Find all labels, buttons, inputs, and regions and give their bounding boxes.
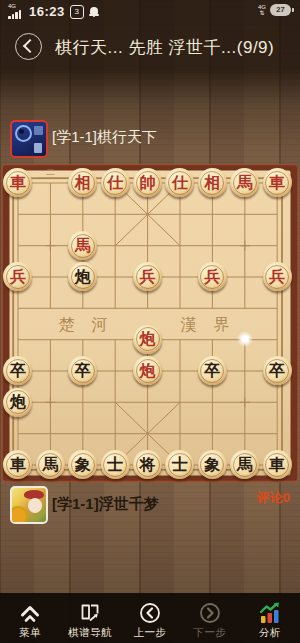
player-row-bottom: [学1-1]浮世千梦 评论0: [0, 484, 300, 530]
piece-red-馬-f2r2: 馬: [68, 231, 97, 260]
comments-link[interactable]: 评论0: [257, 489, 290, 507]
next-move-button: 下一步: [180, 593, 240, 643]
pieces-layer: 車相仕帥仕相馬車馬兵炮兵兵兵炮卒卒炮卒卒炮車馬象士将士象馬車: [2, 167, 294, 480]
piece-red-兵-f0r3: 兵: [3, 262, 32, 291]
analysis-chart-icon: [258, 601, 282, 625]
piece-red-仕-f3r0: 仕: [101, 168, 130, 197]
piece-red-仕-f5r0: 仕: [165, 168, 194, 197]
bottom-toolbar: 菜单 棋谱导航 上一步 下一步: [0, 593, 300, 643]
battery-icon: 27: [270, 4, 294, 16]
app-screen: 4G 16:23 3 4G⇅ 27 棋行天... 先胜 浮世千...(9/9): [0, 0, 300, 643]
clock-text: 16:23: [29, 4, 65, 19]
piece-black-卒-f0r6: 卒: [3, 356, 32, 385]
piece-red-車-f8r0: 車: [263, 168, 292, 197]
piece-black-馬-f1r9: 馬: [36, 450, 65, 479]
piece-black-将-f4r9: 将: [133, 450, 162, 479]
piece-black-卒-f2r6: 卒: [68, 356, 97, 385]
piece-red-馬-f7r0: 馬: [230, 168, 259, 197]
piece-red-兵-f4r3: 兵: [133, 262, 162, 291]
top-player-name: [学1-1]棋行天下: [52, 128, 157, 147]
piece-black-象-f6r9: 象: [198, 450, 227, 479]
avatar-top-player[interactable]: [10, 120, 48, 158]
battery-percent: 27: [270, 4, 291, 16]
piece-black-炮-f2r3: 炮: [68, 262, 97, 291]
piece-red-兵-f8r3: 兵: [263, 262, 292, 291]
menu-icon: [18, 601, 42, 625]
piece-black-士-f5r9: 士: [165, 450, 194, 479]
last-move-origin-marker: [237, 331, 253, 347]
nav-bar: 棋行天... 先胜 浮世千...(9/9): [0, 24, 300, 70]
next-icon: [198, 601, 222, 625]
piece-black-馬-f7r9: 馬: [230, 450, 259, 479]
record-book-icon: [78, 601, 102, 625]
piece-black-卒-f8r6: 卒: [263, 356, 292, 385]
piece-red-車-f0r0: 車: [3, 168, 32, 197]
piece-red-炮-f4r6: 炮: [133, 356, 162, 385]
xiangqi-board: 一二三四五六七八九 楚 河 漢 界 車相仕帥仕相馬車馬兵炮兵兵兵炮卒卒炮卒卒炮車…: [0, 164, 300, 484]
bottom-player-name: [学1-1]浮世千梦: [52, 495, 159, 514]
page-title: 棋行天... 先胜 浮世千...(9/9): [55, 36, 274, 59]
game-record-nav-button[interactable]: 棋谱导航: [60, 593, 120, 643]
piece-black-車-f8r9: 車: [263, 450, 292, 479]
avatar-bottom-player[interactable]: [10, 486, 48, 524]
player-row-top: [学1-1]棋行天下: [0, 118, 300, 164]
signal-strength-icon: 4G: [8, 4, 24, 19]
piece-red-兵-f6r3: 兵: [198, 262, 227, 291]
badge-3-icon: 3: [70, 5, 84, 19]
piece-red-相-f6r0: 相: [198, 168, 227, 197]
piece-red-相-f2r0: 相: [68, 168, 97, 197]
piece-red-帥-f4r0: 帥: [133, 168, 162, 197]
piece-black-象-f2r9: 象: [68, 450, 97, 479]
alarm-bell-icon: [89, 6, 99, 17]
piece-black-車-f0r9: 車: [3, 450, 32, 479]
piece-black-炮-f0r7: 炮: [3, 388, 32, 417]
status-bar: 4G 16:23 3 4G⇅ 27: [0, 0, 300, 24]
menu-button[interactable]: 菜单: [0, 593, 60, 643]
analysis-button[interactable]: 分析: [240, 593, 300, 643]
previous-icon: [138, 601, 162, 625]
piece-black-士-f3r9: 士: [101, 450, 130, 479]
back-button[interactable]: [15, 33, 42, 60]
piece-red-炮-f4r5: 炮: [133, 325, 162, 354]
piece-black-卒-f6r6: 卒: [198, 356, 227, 385]
mobile-data-icon: 4G⇅: [258, 4, 266, 16]
back-chevron-icon: [23, 39, 37, 53]
previous-move-button[interactable]: 上一步: [120, 593, 180, 643]
